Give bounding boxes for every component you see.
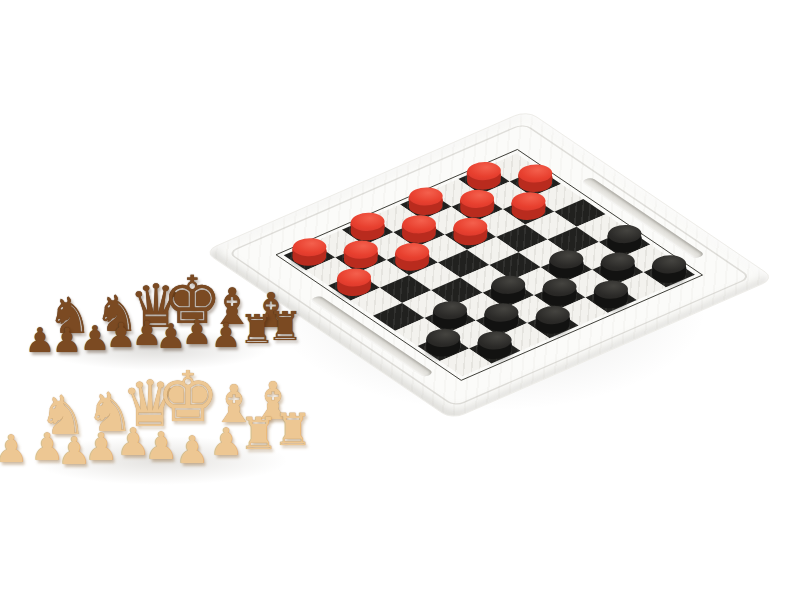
product-photo-stage: ♞♞♛♚♝♝♜♜♟♟♟♟♟♟♟♟♞♞♛♚♝♝♜♜♟♟♟♟♟♟♟♟ bbox=[0, 0, 800, 600]
chess-light-pawn[interactable]: ♟ bbox=[175, 431, 209, 469]
chess-dark-pawn[interactable]: ♟ bbox=[25, 323, 55, 357]
chess-light-pawn[interactable]: ♟ bbox=[209, 423, 243, 461]
chess-light-rook[interactable]: ♜ bbox=[273, 408, 312, 452]
chess-light-pawn[interactable]: ♟ bbox=[84, 428, 118, 466]
chess-piece-group: ♞♞♛♚♝♝♜♜♟♟♟♟♟♟♟♟♞♞♛♚♝♝♜♜♟♟♟♟♟♟♟♟ bbox=[0, 0, 800, 600]
chess-dark-rook[interactable]: ♜ bbox=[267, 306, 303, 346]
chess-dark-pawn[interactable]: ♟ bbox=[211, 318, 241, 352]
chess-dark-pawn[interactable]: ♟ bbox=[52, 323, 82, 357]
chess-dark-pawn[interactable]: ♟ bbox=[182, 315, 212, 349]
chess-light-pawn[interactable]: ♟ bbox=[144, 427, 178, 465]
chess-light-pawn[interactable]: ♟ bbox=[0, 430, 28, 468]
